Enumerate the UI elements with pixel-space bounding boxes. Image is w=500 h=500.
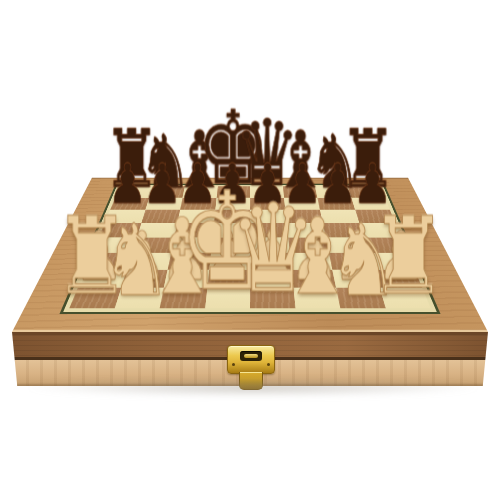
ground-shadow — [22, 381, 484, 397]
clasp-plate — [227, 345, 275, 374]
clasp-screw — [267, 363, 270, 366]
board-square: ♜ — [379, 288, 430, 308]
board-inlay-border: ♜♞♝♚♛♝♞♜♟♟♟♟♟♟♟♟♟♟♟♟♟♟♟♟♜♞♝♚♛♝♞♜ — [59, 184, 440, 314]
clasp-screw — [232, 363, 235, 366]
chess-board: ♜♞♝♚♛♝♞♜♟♟♟♟♟♟♟♟♟♟♟♟♟♟♟♟♜♞♝♚♛♝♞♜ — [69, 186, 430, 308]
chess-set-product-photo: ♜♞♝♚♛♝♞♜♟♟♟♟♟♟♟♟♟♟♟♟♟♟♟♟♜♞♝♚♛♝♞♜ — [0, 0, 500, 500]
white-rook-piece: ♜ — [370, 203, 447, 310]
board: ♜♞♝♚♛♝♞♜♟♟♟♟♟♟♟♟♟♟♟♟♟♟♟♟♜♞♝♚♛♝♞♜ — [12, 178, 488, 332]
clasp-slot — [240, 351, 262, 361]
